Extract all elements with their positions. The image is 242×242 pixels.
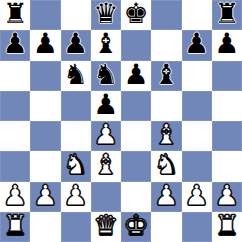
white-pawn[interactable]: ♟ bbox=[214, 182, 239, 210]
square-g8[interactable] bbox=[182, 0, 212, 30]
square-g7[interactable]: ♟ bbox=[182, 30, 212, 60]
black-knight[interactable]: ♞ bbox=[93, 61, 118, 89]
square-f5[interactable] bbox=[151, 91, 181, 121]
white-king[interactable]: ♚ bbox=[124, 212, 149, 240]
square-e3[interactable] bbox=[121, 151, 151, 181]
black-rook[interactable]: ♜ bbox=[214, 0, 239, 28]
square-c1[interactable] bbox=[61, 212, 91, 242]
white-pawn[interactable]: ♟ bbox=[154, 182, 179, 210]
white-pawn[interactable]: ♟ bbox=[184, 182, 209, 210]
square-b5[interactable] bbox=[30, 91, 60, 121]
square-f1[interactable] bbox=[151, 212, 181, 242]
white-knight[interactable]: ♞ bbox=[63, 151, 88, 179]
square-c2[interactable]: ♟ bbox=[61, 182, 91, 212]
square-e1[interactable]: ♚ bbox=[121, 212, 151, 242]
square-b8[interactable] bbox=[30, 0, 60, 30]
square-c6[interactable]: ♞ bbox=[61, 61, 91, 91]
black-pawn[interactable]: ♟ bbox=[184, 30, 209, 58]
square-h5[interactable] bbox=[212, 91, 242, 121]
black-knight[interactable]: ♞ bbox=[63, 61, 88, 89]
black-pawn[interactable]: ♟ bbox=[3, 30, 28, 58]
square-d4[interactable]: ♟ bbox=[91, 121, 121, 151]
chess-board: ♜♛♚♜♟♟♟♝♟♟♞♞♟♝♟♟♝♞♝♞♟♟♟♟♟♟♜♛♚♜ bbox=[0, 0, 242, 242]
square-e6[interactable]: ♟ bbox=[121, 61, 151, 91]
white-knight[interactable]: ♞ bbox=[154, 151, 179, 179]
square-f4[interactable]: ♝ bbox=[151, 121, 181, 151]
square-g4[interactable] bbox=[182, 121, 212, 151]
square-d6[interactable]: ♞ bbox=[91, 61, 121, 91]
square-g2[interactable]: ♟ bbox=[182, 182, 212, 212]
square-a1[interactable]: ♜ bbox=[0, 212, 30, 242]
square-b6[interactable] bbox=[30, 61, 60, 91]
white-bishop[interactable]: ♝ bbox=[93, 151, 118, 179]
square-e5[interactable] bbox=[121, 91, 151, 121]
black-pawn[interactable]: ♟ bbox=[124, 61, 149, 89]
square-a4[interactable] bbox=[0, 121, 30, 151]
square-g6[interactable] bbox=[182, 61, 212, 91]
white-rook[interactable]: ♜ bbox=[214, 212, 239, 240]
square-d5[interactable]: ♟ bbox=[91, 91, 121, 121]
square-b2[interactable]: ♟ bbox=[30, 182, 60, 212]
square-e2[interactable] bbox=[121, 182, 151, 212]
square-f6[interactable]: ♝ bbox=[151, 61, 181, 91]
square-h8[interactable]: ♜ bbox=[212, 0, 242, 30]
square-h1[interactable]: ♜ bbox=[212, 212, 242, 242]
black-pawn[interactable]: ♟ bbox=[33, 30, 58, 58]
square-h6[interactable] bbox=[212, 61, 242, 91]
square-c3[interactable]: ♞ bbox=[61, 151, 91, 181]
square-b3[interactable] bbox=[30, 151, 60, 181]
square-h2[interactable]: ♟ bbox=[212, 182, 242, 212]
square-h4[interactable] bbox=[212, 121, 242, 151]
black-pawn[interactable]: ♟ bbox=[93, 91, 118, 119]
square-e7[interactable] bbox=[121, 30, 151, 60]
square-c8[interactable] bbox=[61, 0, 91, 30]
square-d7[interactable]: ♝ bbox=[91, 30, 121, 60]
square-a6[interactable] bbox=[0, 61, 30, 91]
square-c7[interactable]: ♟ bbox=[61, 30, 91, 60]
square-a8[interactable]: ♜ bbox=[0, 0, 30, 30]
square-h7[interactable]: ♟ bbox=[212, 30, 242, 60]
black-bishop[interactable]: ♝ bbox=[154, 61, 179, 89]
square-a5[interactable] bbox=[0, 91, 30, 121]
square-h3[interactable] bbox=[212, 151, 242, 181]
square-f7[interactable] bbox=[151, 30, 181, 60]
square-e4[interactable] bbox=[121, 121, 151, 151]
square-e8[interactable]: ♚ bbox=[121, 0, 151, 30]
square-c4[interactable] bbox=[61, 121, 91, 151]
white-pawn[interactable]: ♟ bbox=[93, 121, 118, 149]
black-pawn[interactable]: ♟ bbox=[63, 30, 88, 58]
square-d2[interactable] bbox=[91, 182, 121, 212]
white-queen[interactable]: ♛ bbox=[93, 212, 118, 240]
square-g5[interactable] bbox=[182, 91, 212, 121]
square-b7[interactable]: ♟ bbox=[30, 30, 60, 60]
square-a2[interactable]: ♟ bbox=[0, 182, 30, 212]
white-pawn[interactable]: ♟ bbox=[63, 182, 88, 210]
black-rook[interactable]: ♜ bbox=[3, 0, 28, 28]
square-f8[interactable] bbox=[151, 0, 181, 30]
white-pawn[interactable]: ♟ bbox=[3, 182, 28, 210]
black-queen[interactable]: ♛ bbox=[93, 0, 118, 28]
square-d3[interactable]: ♝ bbox=[91, 151, 121, 181]
square-c5[interactable] bbox=[61, 91, 91, 121]
square-a7[interactable]: ♟ bbox=[0, 30, 30, 60]
black-bishop[interactable]: ♝ bbox=[93, 30, 118, 58]
square-d8[interactable]: ♛ bbox=[91, 0, 121, 30]
square-d1[interactable]: ♛ bbox=[91, 212, 121, 242]
square-f3[interactable]: ♞ bbox=[151, 151, 181, 181]
black-pawn[interactable]: ♟ bbox=[214, 30, 239, 58]
square-b1[interactable] bbox=[30, 212, 60, 242]
square-a3[interactable] bbox=[0, 151, 30, 181]
black-king[interactable]: ♚ bbox=[124, 0, 149, 28]
square-f2[interactable]: ♟ bbox=[151, 182, 181, 212]
white-rook[interactable]: ♜ bbox=[3, 212, 28, 240]
white-bishop[interactable]: ♝ bbox=[154, 121, 179, 149]
square-g1[interactable] bbox=[182, 212, 212, 242]
square-g3[interactable] bbox=[182, 151, 212, 181]
square-b4[interactable] bbox=[30, 121, 60, 151]
white-pawn[interactable]: ♟ bbox=[33, 182, 58, 210]
